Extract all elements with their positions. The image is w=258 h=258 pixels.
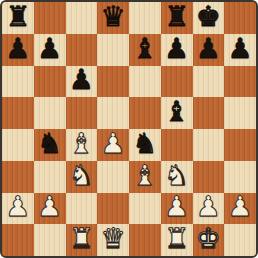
square-a2[interactable]: ♟ — [2, 193, 34, 225]
square-f2[interactable]: ♟ — [161, 193, 193, 225]
square-a3[interactable] — [2, 161, 34, 193]
square-e8[interactable] — [129, 2, 161, 34]
square-g2[interactable]: ♟ — [193, 193, 225, 225]
square-d1[interactable]: ♛ — [97, 224, 129, 256]
square-c5[interactable] — [66, 97, 98, 129]
black-bishop: ♝ — [164, 98, 189, 126]
square-e3[interactable]: ♝ — [129, 161, 161, 193]
square-b2[interactable]: ♟ — [34, 193, 66, 225]
square-b4[interactable]: ♞ — [34, 129, 66, 161]
square-a8[interactable]: ♜ — [2, 2, 34, 34]
square-h4[interactable] — [224, 129, 256, 161]
square-a4[interactable] — [2, 129, 34, 161]
white-pawn: ♟ — [196, 193, 221, 221]
square-g7[interactable]: ♟ — [193, 34, 225, 66]
square-b5[interactable] — [34, 97, 66, 129]
white-knight: ♞ — [164, 162, 189, 190]
black-queen: ♛ — [101, 3, 126, 31]
square-c7[interactable] — [66, 34, 98, 66]
white-bishop: ♝ — [132, 162, 157, 190]
square-d6[interactable] — [97, 66, 129, 98]
black-pawn: ♟ — [196, 35, 221, 63]
square-d7[interactable] — [97, 34, 129, 66]
white-knight: ♞ — [69, 162, 94, 190]
square-b6[interactable] — [34, 66, 66, 98]
square-g5[interactable] — [193, 97, 225, 129]
square-g6[interactable] — [193, 66, 225, 98]
square-a1[interactable] — [2, 224, 34, 256]
black-pawn: ♟ — [228, 35, 253, 63]
square-c4[interactable]: ♝ — [66, 129, 98, 161]
square-h8[interactable] — [224, 2, 256, 34]
square-d8[interactable]: ♛ — [97, 2, 129, 34]
square-e7[interactable]: ♝ — [129, 34, 161, 66]
chess-board: ♜♛♜♚♟♟♝♟♟♟♟♝♞♝♟♞♞♝♞♟♟♟♟♟♜♛♜♚ — [2, 2, 256, 256]
square-c2[interactable] — [66, 193, 98, 225]
white-queen: ♛ — [101, 225, 126, 253]
black-pawn: ♟ — [69, 66, 94, 94]
square-c8[interactable] — [66, 2, 98, 34]
square-b3[interactable] — [34, 161, 66, 193]
square-f3[interactable]: ♞ — [161, 161, 193, 193]
black-king: ♚ — [196, 3, 221, 31]
square-g4[interactable] — [193, 129, 225, 161]
square-h5[interactable] — [224, 97, 256, 129]
white-pawn: ♟ — [37, 193, 62, 221]
square-f8[interactable]: ♜ — [161, 2, 193, 34]
square-d2[interactable] — [97, 193, 129, 225]
square-h6[interactable] — [224, 66, 256, 98]
board-frame: ♜♛♜♚♟♟♝♟♟♟♟♝♞♝♟♞♞♝♞♟♟♟♟♟♜♛♜♚ — [0, 0, 258, 258]
white-pawn: ♟ — [101, 130, 126, 158]
square-h7[interactable]: ♟ — [224, 34, 256, 66]
square-g3[interactable] — [193, 161, 225, 193]
white-pawn: ♟ — [164, 193, 189, 221]
square-c3[interactable]: ♞ — [66, 161, 98, 193]
square-d4[interactable]: ♟ — [97, 129, 129, 161]
white-bishop: ♝ — [69, 130, 94, 158]
black-pawn: ♟ — [5, 35, 30, 63]
white-king: ♚ — [196, 225, 221, 253]
black-knight: ♞ — [37, 130, 62, 158]
square-c1[interactable]: ♜ — [66, 224, 98, 256]
black-pawn: ♟ — [37, 35, 62, 63]
square-f5[interactable]: ♝ — [161, 97, 193, 129]
square-h1[interactable] — [224, 224, 256, 256]
square-b8[interactable] — [34, 2, 66, 34]
square-f7[interactable]: ♟ — [161, 34, 193, 66]
square-f4[interactable] — [161, 129, 193, 161]
square-a6[interactable] — [2, 66, 34, 98]
square-e4[interactable]: ♞ — [129, 129, 161, 161]
white-rook: ♜ — [164, 225, 189, 253]
square-e2[interactable] — [129, 193, 161, 225]
square-h2[interactable]: ♟ — [224, 193, 256, 225]
black-rook: ♜ — [164, 3, 189, 31]
black-knight: ♞ — [132, 130, 157, 158]
black-pawn: ♟ — [164, 35, 189, 63]
square-g8[interactable]: ♚ — [193, 2, 225, 34]
white-rook: ♜ — [69, 225, 94, 253]
white-pawn: ♟ — [5, 193, 30, 221]
square-e1[interactable] — [129, 224, 161, 256]
square-b7[interactable]: ♟ — [34, 34, 66, 66]
black-bishop: ♝ — [132, 35, 157, 63]
square-f1[interactable]: ♜ — [161, 224, 193, 256]
square-g1[interactable]: ♚ — [193, 224, 225, 256]
square-c6[interactable]: ♟ — [66, 66, 98, 98]
square-f6[interactable] — [161, 66, 193, 98]
square-d5[interactable] — [97, 97, 129, 129]
square-h3[interactable] — [224, 161, 256, 193]
square-d3[interactable] — [97, 161, 129, 193]
black-rook: ♜ — [5, 3, 30, 31]
square-a7[interactable]: ♟ — [2, 34, 34, 66]
square-e6[interactable] — [129, 66, 161, 98]
square-a5[interactable] — [2, 97, 34, 129]
white-pawn: ♟ — [228, 193, 253, 221]
square-e5[interactable] — [129, 97, 161, 129]
square-b1[interactable] — [34, 224, 66, 256]
